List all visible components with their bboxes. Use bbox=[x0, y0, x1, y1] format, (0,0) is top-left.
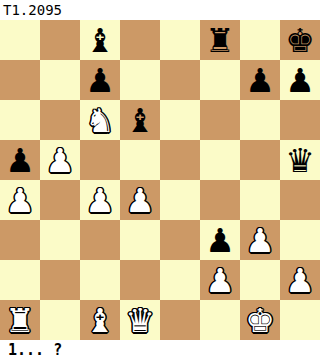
square-b3[interactable] bbox=[40, 220, 80, 260]
square-f1[interactable] bbox=[200, 300, 240, 340]
piece-black-bishop: ♝ bbox=[85, 24, 115, 57]
square-f6[interactable] bbox=[200, 100, 240, 140]
piece-white-pawn: ♟ bbox=[5, 184, 35, 217]
square-e7[interactable] bbox=[160, 60, 200, 100]
square-h7[interactable]: ♟ bbox=[280, 60, 320, 100]
square-f8[interactable]: ♜ bbox=[200, 20, 240, 60]
square-a2[interactable] bbox=[0, 260, 40, 300]
square-d3[interactable] bbox=[120, 220, 160, 260]
square-e2[interactable] bbox=[160, 260, 200, 300]
chess-board: ♝♜♚♟♟♟♞♝♟♟♛♟♟♟♟♟♟♟♜♝♛♚ bbox=[0, 20, 320, 340]
square-h1[interactable] bbox=[280, 300, 320, 340]
square-g7[interactable]: ♟ bbox=[240, 60, 280, 100]
square-d2[interactable] bbox=[120, 260, 160, 300]
piece-white-pawn: ♟ bbox=[125, 184, 155, 217]
piece-black-king: ♚ bbox=[285, 24, 315, 57]
square-c5[interactable] bbox=[80, 140, 120, 180]
piece-white-queen: ♛ bbox=[125, 304, 155, 337]
square-g3[interactable]: ♟ bbox=[240, 220, 280, 260]
piece-white-knight: ♞ bbox=[85, 104, 115, 137]
square-c7[interactable]: ♟ bbox=[80, 60, 120, 100]
piece-white-pawn: ♟ bbox=[285, 264, 315, 297]
square-g4[interactable] bbox=[240, 180, 280, 220]
square-a3[interactable] bbox=[0, 220, 40, 260]
square-b6[interactable] bbox=[40, 100, 80, 140]
piece-black-pawn: ♟ bbox=[5, 144, 35, 177]
square-c2[interactable] bbox=[80, 260, 120, 300]
square-f7[interactable] bbox=[200, 60, 240, 100]
square-d5[interactable] bbox=[120, 140, 160, 180]
square-d1[interactable]: ♛ bbox=[120, 300, 160, 340]
square-e6[interactable] bbox=[160, 100, 200, 140]
square-a6[interactable] bbox=[0, 100, 40, 140]
square-a8[interactable] bbox=[0, 20, 40, 60]
move-prompt: 1... ? bbox=[0, 341, 62, 359]
square-h8[interactable]: ♚ bbox=[280, 20, 320, 60]
piece-black-pawn: ♟ bbox=[85, 64, 115, 97]
square-g6[interactable] bbox=[240, 100, 280, 140]
square-c1[interactable]: ♝ bbox=[80, 300, 120, 340]
square-c4[interactable]: ♟ bbox=[80, 180, 120, 220]
square-a7[interactable] bbox=[0, 60, 40, 100]
square-e8[interactable] bbox=[160, 20, 200, 60]
square-b7[interactable] bbox=[40, 60, 80, 100]
square-g5[interactable] bbox=[240, 140, 280, 180]
piece-black-pawn: ♟ bbox=[205, 224, 235, 257]
piece-white-bishop: ♝ bbox=[85, 304, 115, 337]
square-b4[interactable] bbox=[40, 180, 80, 220]
square-b8[interactable] bbox=[40, 20, 80, 60]
square-b1[interactable] bbox=[40, 300, 80, 340]
square-d7[interactable] bbox=[120, 60, 160, 100]
piece-white-pawn: ♟ bbox=[45, 144, 75, 177]
piece-black-queen: ♛ bbox=[285, 144, 315, 177]
square-g8[interactable] bbox=[240, 20, 280, 60]
square-h5[interactable]: ♛ bbox=[280, 140, 320, 180]
square-f5[interactable] bbox=[200, 140, 240, 180]
square-e4[interactable] bbox=[160, 180, 200, 220]
square-g1[interactable]: ♚ bbox=[240, 300, 280, 340]
square-f2[interactable]: ♟ bbox=[200, 260, 240, 300]
square-f4[interactable] bbox=[200, 180, 240, 220]
square-e1[interactable] bbox=[160, 300, 200, 340]
square-h6[interactable] bbox=[280, 100, 320, 140]
square-a1[interactable]: ♜ bbox=[0, 300, 40, 340]
square-a4[interactable]: ♟ bbox=[0, 180, 40, 220]
status-bar: 1... ? bbox=[0, 340, 320, 360]
square-f3[interactable]: ♟ bbox=[200, 220, 240, 260]
title-bar: T1.2095 bbox=[0, 0, 320, 20]
piece-black-pawn: ♟ bbox=[285, 64, 315, 97]
piece-white-rook: ♜ bbox=[5, 304, 35, 337]
square-b5[interactable]: ♟ bbox=[40, 140, 80, 180]
square-e5[interactable] bbox=[160, 140, 200, 180]
square-g2[interactable] bbox=[240, 260, 280, 300]
square-h4[interactable] bbox=[280, 180, 320, 220]
piece-black-bishop: ♝ bbox=[125, 104, 155, 137]
square-h2[interactable]: ♟ bbox=[280, 260, 320, 300]
piece-black-pawn: ♟ bbox=[245, 64, 275, 97]
square-e3[interactable] bbox=[160, 220, 200, 260]
square-d4[interactable]: ♟ bbox=[120, 180, 160, 220]
piece-white-king: ♚ bbox=[245, 304, 275, 337]
piece-white-pawn: ♟ bbox=[205, 264, 235, 297]
square-a5[interactable]: ♟ bbox=[0, 140, 40, 180]
square-d8[interactable] bbox=[120, 20, 160, 60]
piece-black-rook: ♜ bbox=[205, 24, 235, 57]
square-c8[interactable]: ♝ bbox=[80, 20, 120, 60]
piece-white-pawn: ♟ bbox=[245, 224, 275, 257]
square-c6[interactable]: ♞ bbox=[80, 100, 120, 140]
puzzle-title: T1.2095 bbox=[0, 2, 62, 18]
piece-white-pawn: ♟ bbox=[85, 184, 115, 217]
square-d6[interactable]: ♝ bbox=[120, 100, 160, 140]
square-c3[interactable] bbox=[80, 220, 120, 260]
square-b2[interactable] bbox=[40, 260, 80, 300]
square-h3[interactable] bbox=[280, 220, 320, 260]
